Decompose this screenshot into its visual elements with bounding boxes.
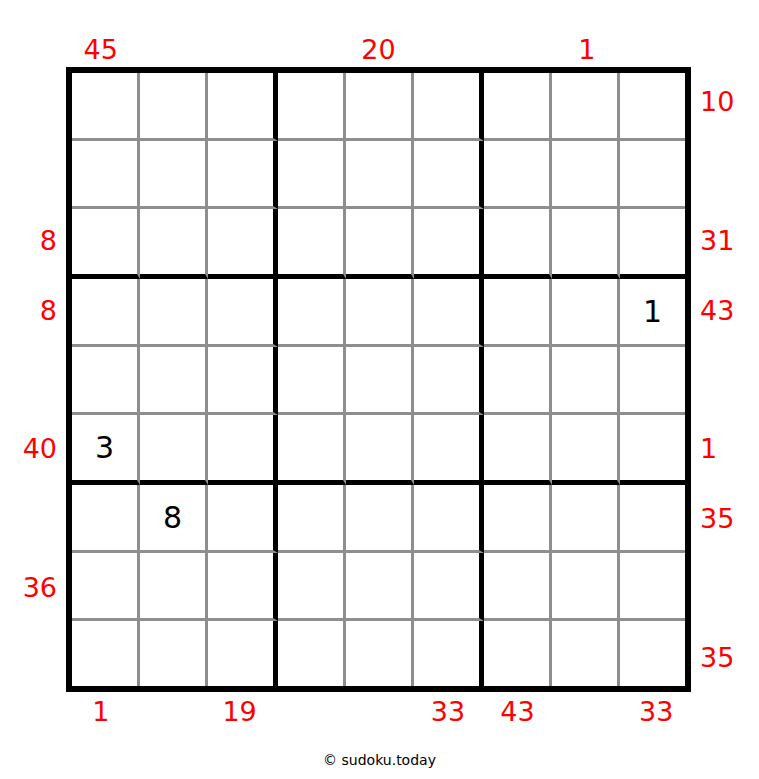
- cell-r1c6[interactable]: [414, 73, 484, 141]
- cell-r8c5[interactable]: [346, 553, 414, 621]
- cell-r5c2[interactable]: [140, 347, 208, 415]
- cell-r6c9[interactable]: [620, 415, 685, 485]
- cell-r4c4[interactable]: [278, 279, 346, 347]
- cell-r1c4[interactable]: [278, 73, 346, 141]
- cell-r4c1[interactable]: [72, 279, 140, 347]
- left-clue-r7: [0, 484, 66, 553]
- cell-r8c4[interactable]: [278, 553, 346, 621]
- cell-r2c6[interactable]: [414, 141, 484, 209]
- right-clue-r5: [691, 345, 759, 414]
- cell-r3c4[interactable]: [278, 209, 346, 279]
- top-clue-c2: [135, 0, 204, 67]
- cell-r4c5[interactable]: [346, 279, 414, 347]
- cell-r4c2[interactable]: [140, 279, 208, 347]
- cell-r9c1[interactable]: [72, 621, 140, 686]
- left-clue-r4: 8: [0, 275, 66, 344]
- cell-r7c4[interactable]: [278, 485, 346, 553]
- cell-r1c1[interactable]: [72, 73, 140, 141]
- cell-r7c6[interactable]: [414, 485, 484, 553]
- cell-r3c5[interactable]: [346, 209, 414, 279]
- cell-r9c2[interactable]: [140, 621, 208, 686]
- top-clue-c1: 45: [66, 0, 135, 67]
- cell-r7c5[interactable]: [346, 485, 414, 553]
- right-clues: 10314313535: [691, 67, 759, 692]
- cell-r9c8[interactable]: [552, 621, 620, 686]
- cell-r3c2[interactable]: [140, 209, 208, 279]
- cell-r3c9[interactable]: [620, 209, 685, 279]
- cell-r6c4[interactable]: [278, 415, 346, 485]
- right-clue-r6: 1: [691, 414, 759, 483]
- cell-r4c7[interactable]: [484, 279, 552, 347]
- cell-r8c3[interactable]: [208, 553, 278, 621]
- cell-r1c3[interactable]: [208, 73, 278, 141]
- cell-r8c6[interactable]: [414, 553, 484, 621]
- cell-r2c3[interactable]: [208, 141, 278, 209]
- cell-r7c1[interactable]: [72, 485, 140, 553]
- cell-r2c5[interactable]: [346, 141, 414, 209]
- board-wrap: 138: [66, 67, 691, 692]
- cell-r5c6[interactable]: [414, 347, 484, 415]
- cell-r3c1[interactable]: [72, 209, 140, 279]
- top-clue-c5: 20: [344, 0, 413, 67]
- board: 138: [66, 67, 691, 692]
- left-clue-r2: [0, 136, 66, 205]
- top-clue-c6: [413, 0, 482, 67]
- given-digit-r7c2[interactable]: 8: [140, 485, 208, 553]
- given-digit-r6c1[interactable]: 3: [72, 415, 140, 485]
- cell-r5c5[interactable]: [346, 347, 414, 415]
- cell-r9c5[interactable]: [346, 621, 414, 686]
- cell-r2c8[interactable]: [552, 141, 620, 209]
- cell-r6c7[interactable]: [484, 415, 552, 485]
- cell-r9c7[interactable]: [484, 621, 552, 686]
- cell-r2c2[interactable]: [140, 141, 208, 209]
- cell-r8c9[interactable]: [620, 553, 685, 621]
- cell-r5c9[interactable]: [620, 347, 685, 415]
- left-clues: 884036: [0, 67, 66, 692]
- cell-r6c2[interactable]: [140, 415, 208, 485]
- cell-r8c8[interactable]: [552, 553, 620, 621]
- cell-r9c6[interactable]: [414, 621, 484, 686]
- right-clue-r9: 35: [691, 623, 759, 692]
- cell-r8c1[interactable]: [72, 553, 140, 621]
- puzzle-layout: 45201 884036 138 10314313535 119334333: [0, 0, 759, 779]
- cell-r9c4[interactable]: [278, 621, 346, 686]
- cell-r5c1[interactable]: [72, 347, 140, 415]
- cell-r5c7[interactable]: [484, 347, 552, 415]
- cell-r8c2[interactable]: [140, 553, 208, 621]
- right-clue-r2: [691, 136, 759, 205]
- cell-r2c4[interactable]: [278, 141, 346, 209]
- right-clue-r3: 31: [691, 206, 759, 275]
- cell-r3c6[interactable]: [414, 209, 484, 279]
- left-clue-r8: 36: [0, 553, 66, 622]
- cell-r4c3[interactable]: [208, 279, 278, 347]
- puzzle-page: 45201 884036 138 10314313535 119334333 ©…: [0, 0, 759, 779]
- left-clue-r5: [0, 345, 66, 414]
- top-clue-c4: [274, 0, 343, 67]
- top-clue-c7: [483, 0, 552, 67]
- right-clue-r1: 10: [691, 67, 759, 136]
- cell-r4c6[interactable]: [414, 279, 484, 347]
- cell-r1c5[interactable]: [346, 73, 414, 141]
- left-clue-r1: [0, 67, 66, 136]
- cell-r6c6[interactable]: [414, 415, 484, 485]
- cell-r6c8[interactable]: [552, 415, 620, 485]
- cell-r7c3[interactable]: [208, 485, 278, 553]
- cell-r7c8[interactable]: [552, 485, 620, 553]
- cell-r1c7[interactable]: [484, 73, 552, 141]
- right-clue-r7: 35: [691, 484, 759, 553]
- right-clue-r8: [691, 553, 759, 622]
- right-clue-r4: 43: [691, 275, 759, 344]
- cell-r4c8[interactable]: [552, 279, 620, 347]
- cell-r1c9[interactable]: [620, 73, 685, 141]
- cell-r7c7[interactable]: [484, 485, 552, 553]
- left-clue-r6: 40: [0, 414, 66, 483]
- top-clues: 45201: [66, 0, 691, 67]
- cell-r3c8[interactable]: [552, 209, 620, 279]
- cell-r5c4[interactable]: [278, 347, 346, 415]
- cell-r7c9[interactable]: [620, 485, 685, 553]
- left-clue-r9: [0, 623, 66, 692]
- cell-r2c7[interactable]: [484, 141, 552, 209]
- cell-r9c3[interactable]: [208, 621, 278, 686]
- cell-r2c1[interactable]: [72, 141, 140, 209]
- cell-r3c3[interactable]: [208, 209, 278, 279]
- cell-r5c3[interactable]: [208, 347, 278, 415]
- top-clue-c8: 1: [552, 0, 621, 67]
- cell-r1c8[interactable]: [552, 73, 620, 141]
- cell-r9c9[interactable]: [620, 621, 685, 686]
- cell-r6c5[interactable]: [346, 415, 414, 485]
- cell-r3c7[interactable]: [484, 209, 552, 279]
- cell-r5c8[interactable]: [552, 347, 620, 415]
- top-clue-c9: [622, 0, 691, 67]
- given-digit-r4c9[interactable]: 1: [620, 279, 685, 347]
- cell-r2c9[interactable]: [620, 141, 685, 209]
- top-clue-c3: [205, 0, 274, 67]
- copyright-text: © sudoku.today: [0, 752, 759, 768]
- left-clue-r3: 8: [0, 206, 66, 275]
- cell-r8c7[interactable]: [484, 553, 552, 621]
- cell-r6c3[interactable]: [208, 415, 278, 485]
- cell-r1c2[interactable]: [140, 73, 208, 141]
